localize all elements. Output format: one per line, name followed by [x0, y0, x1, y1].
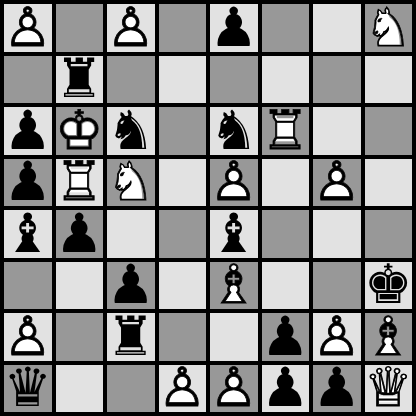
square-c8[interactable]: ♟♙ — [107, 4, 155, 52]
piece-black-king: ♚ — [365, 262, 413, 310]
chess-board: ♟♙♟♙♟♞♘♜♟♚♔♞♞♜♖♟♜♖♞♘♟♙♟♙♝♟♝♟♝♗♚♟♙♜♟♟♙♝♗♛… — [0, 0, 416, 416]
piece-white-pawn: ♟♙ — [313, 159, 361, 207]
piece-white-king: ♚♔ — [56, 107, 104, 155]
square-h7[interactable] — [365, 56, 413, 104]
square-d8[interactable] — [159, 4, 207, 52]
square-c7[interactable] — [107, 56, 155, 104]
square-b7[interactable]: ♜ — [56, 56, 104, 104]
square-d4[interactable] — [159, 210, 207, 258]
piece-black-pawn: ♟ — [4, 107, 52, 155]
square-f1[interactable]: ♟ — [262, 365, 310, 413]
piece-black-rook: ♜ — [56, 56, 104, 104]
piece-black-knight: ♞ — [107, 107, 155, 155]
square-d1[interactable]: ♟♙ — [159, 365, 207, 413]
square-h2[interactable]: ♝♗ — [365, 313, 413, 361]
piece-black-knight: ♞ — [210, 107, 258, 155]
piece-black-pawn: ♟ — [107, 262, 155, 310]
square-a8[interactable]: ♟♙ — [4, 4, 52, 52]
piece-black-pawn: ♟ — [262, 313, 310, 361]
piece-black-pawn: ♟ — [56, 210, 104, 258]
square-a5[interactable]: ♟ — [4, 159, 52, 207]
piece-white-pawn: ♟♙ — [313, 313, 361, 361]
square-f4[interactable] — [262, 210, 310, 258]
square-c5[interactable]: ♞♘ — [107, 159, 155, 207]
piece-black-bishop: ♝ — [210, 210, 258, 258]
piece-black-pawn: ♟ — [313, 365, 361, 413]
square-g3[interactable] — [313, 262, 361, 310]
piece-white-pawn: ♟♙ — [4, 4, 52, 52]
square-b8[interactable] — [56, 4, 104, 52]
square-b6[interactable]: ♚♔ — [56, 107, 104, 155]
piece-white-knight: ♞♘ — [107, 159, 155, 207]
square-f6[interactable]: ♜♖ — [262, 107, 310, 155]
square-d3[interactable] — [159, 262, 207, 310]
square-a2[interactable]: ♟♙ — [4, 313, 52, 361]
square-h8[interactable]: ♞♘ — [365, 4, 413, 52]
square-d7[interactable] — [159, 56, 207, 104]
square-g7[interactable] — [313, 56, 361, 104]
piece-white-pawn: ♟♙ — [107, 4, 155, 52]
square-h1[interactable]: ♛♕ — [365, 365, 413, 413]
piece-white-knight: ♞♘ — [365, 4, 413, 52]
square-e6[interactable]: ♞ — [210, 107, 258, 155]
piece-black-pawn: ♟ — [210, 4, 258, 52]
piece-white-bishop: ♝♗ — [210, 262, 258, 310]
square-a6[interactable]: ♟ — [4, 107, 52, 155]
square-g5[interactable]: ♟♙ — [313, 159, 361, 207]
piece-white-queen: ♛♕ — [365, 365, 413, 413]
square-a1[interactable]: ♛ — [4, 365, 52, 413]
square-g1[interactable]: ♟ — [313, 365, 361, 413]
square-e8[interactable]: ♟ — [210, 4, 258, 52]
piece-white-rook: ♜♖ — [56, 159, 104, 207]
square-c4[interactable] — [107, 210, 155, 258]
square-c3[interactable]: ♟ — [107, 262, 155, 310]
square-f7[interactable] — [262, 56, 310, 104]
piece-white-pawn: ♟♙ — [210, 159, 258, 207]
square-f3[interactable] — [262, 262, 310, 310]
piece-black-queen: ♛ — [4, 365, 52, 413]
square-b3[interactable] — [56, 262, 104, 310]
square-e7[interactable] — [210, 56, 258, 104]
square-h3[interactable]: ♚ — [365, 262, 413, 310]
piece-white-bishop: ♝♗ — [365, 313, 413, 361]
square-e4[interactable]: ♝ — [210, 210, 258, 258]
square-f8[interactable] — [262, 4, 310, 52]
square-b1[interactable] — [56, 365, 104, 413]
square-h4[interactable] — [365, 210, 413, 258]
square-d6[interactable] — [159, 107, 207, 155]
square-g2[interactable]: ♟♙ — [313, 313, 361, 361]
piece-white-pawn: ♟♙ — [4, 313, 52, 361]
square-g8[interactable] — [313, 4, 361, 52]
square-e5[interactable]: ♟♙ — [210, 159, 258, 207]
square-e3[interactable]: ♝♗ — [210, 262, 258, 310]
square-a3[interactable] — [4, 262, 52, 310]
piece-white-pawn: ♟♙ — [159, 365, 207, 413]
square-a4[interactable]: ♝ — [4, 210, 52, 258]
square-e2[interactable] — [210, 313, 258, 361]
square-b2[interactable] — [56, 313, 104, 361]
square-g4[interactable] — [313, 210, 361, 258]
square-b5[interactable]: ♜♖ — [56, 159, 104, 207]
square-h6[interactable] — [365, 107, 413, 155]
piece-black-pawn: ♟ — [4, 159, 52, 207]
square-d5[interactable] — [159, 159, 207, 207]
square-c6[interactable]: ♞ — [107, 107, 155, 155]
square-f2[interactable]: ♟ — [262, 313, 310, 361]
piece-white-rook: ♜♖ — [262, 107, 310, 155]
piece-black-bishop: ♝ — [4, 210, 52, 258]
piece-white-pawn: ♟♙ — [210, 365, 258, 413]
square-c2[interactable]: ♜ — [107, 313, 155, 361]
square-g6[interactable] — [313, 107, 361, 155]
piece-black-rook: ♜ — [107, 313, 155, 361]
square-a7[interactable] — [4, 56, 52, 104]
square-b4[interactable]: ♟ — [56, 210, 104, 258]
piece-black-pawn: ♟ — [262, 365, 310, 413]
square-h5[interactable] — [365, 159, 413, 207]
square-e1[interactable]: ♟♙ — [210, 365, 258, 413]
square-c1[interactable] — [107, 365, 155, 413]
square-f5[interactable] — [262, 159, 310, 207]
square-d2[interactable] — [159, 313, 207, 361]
